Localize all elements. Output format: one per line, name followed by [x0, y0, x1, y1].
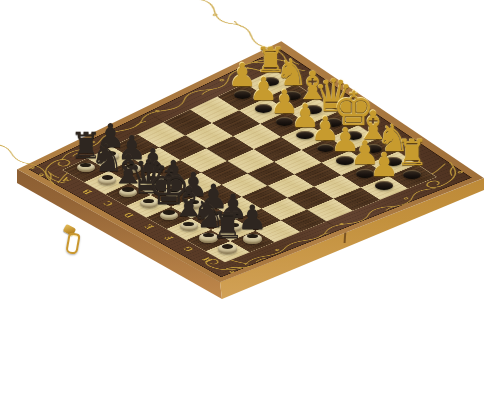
clasp-hook — [65, 232, 80, 255]
chess-board: A B C D E F G H — [17, 41, 483, 282]
brass-clasp — [60, 224, 86, 260]
photo-canvas: A B C D E F G H ♜♞♝♛♚♝♞♜♟♟♟♟♟♟♟♟♟♟♟♟♟♟♟♟… — [0, 0, 500, 400]
